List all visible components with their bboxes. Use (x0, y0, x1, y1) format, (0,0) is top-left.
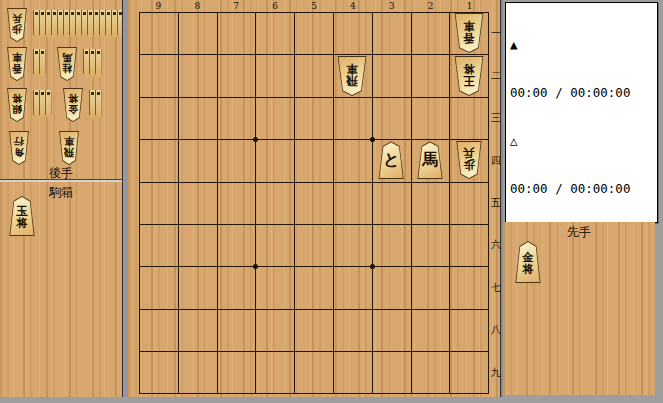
piece-玉将[interactable]: 玉将 (8, 196, 36, 236)
file-label: 3 (372, 0, 411, 12)
stacked-piece-銀将 (33, 90, 40, 120)
file-label: 8 (178, 0, 217, 12)
stacked-piece-歩兵 (69, 10, 76, 40)
stacked-piece-銀将 (39, 90, 46, 120)
piece-飛車[interactable]: 飛車 (336, 56, 368, 96)
file-label: 4 (333, 0, 372, 12)
stacked-piece-歩兵 (99, 10, 106, 40)
stacked-piece-金将 (89, 90, 96, 120)
gote-mark: △ (510, 133, 657, 149)
piece-馬[interactable]: 馬 (416, 141, 444, 179)
stacked-piece-香車 (39, 49, 46, 79)
stacked-piece-歩兵 (105, 10, 112, 40)
file-label: 5 (295, 0, 334, 12)
sente-mark: ▲ (510, 37, 657, 53)
piece-桂馬[interactable]: 桂馬 (56, 47, 78, 81)
file-label: 6 (256, 0, 295, 12)
stacked-piece-歩兵 (63, 10, 70, 40)
file-label: 1 (450, 0, 489, 12)
stacked-piece-歩兵 (39, 10, 46, 40)
stacked-piece-歩兵 (111, 10, 118, 40)
piece-飛車[interactable]: 飛車 (58, 131, 80, 165)
star-dot (370, 264, 375, 269)
file-label: 9 (139, 0, 178, 12)
stacked-piece-桂馬 (83, 49, 90, 79)
shogi-board: 987654321 一二三四五六七八九 香車王将飛車歩兵馬と (128, 0, 500, 397)
left-panel: 歩兵香車桂馬銀将金将角行飛車 後手 駒箱 玉将 (0, 0, 122, 397)
panel-divider (0, 179, 122, 182)
stacked-piece-香車 (33, 49, 40, 79)
stacked-piece-歩兵 (45, 10, 52, 40)
piece-金将[interactable]: 金将 (514, 241, 542, 283)
sente-label: 先手 (503, 224, 655, 241)
sente-hand-stand[interactable]: 先手 金将 (503, 222, 655, 395)
stacked-piece-桂馬 (95, 49, 102, 79)
star-dot (370, 137, 375, 142)
stacked-piece-歩兵 (75, 10, 82, 40)
piece-歩兵[interactable]: 歩兵 (6, 8, 28, 42)
shogi-app-window: { "game": "shogi", "window": {"width": 6… (0, 0, 663, 403)
sente-clock: 00:00 / 00:00:00 (510, 85, 657, 101)
game-info-panel: ▲ 00:00 / 00:00:00 △ 00:00 / 00:00:00 手合… (505, 2, 658, 223)
piece-金将[interactable]: 金将 (62, 88, 84, 122)
piece-銀将[interactable]: 銀将 (6, 88, 28, 122)
piece-王将[interactable]: 王将 (453, 56, 485, 96)
piece-と[interactable]: と (377, 141, 405, 179)
stacked-piece-歩兵 (57, 10, 64, 40)
stacked-piece-歩兵 (51, 10, 58, 40)
stacked-piece-桂馬 (89, 49, 96, 79)
stacked-piece-銀将 (45, 90, 52, 120)
piece-歩兵[interactable]: 歩兵 (455, 141, 483, 179)
right-panel: ▲ 00:00 / 00:00:00 △ 00:00 / 00:00:00 手合… (503, 0, 655, 397)
file-coordinate-labels: 987654321 (139, 0, 489, 12)
stacked-piece-歩兵 (81, 10, 88, 40)
file-label: 2 (411, 0, 450, 12)
piece-香車[interactable]: 香車 (453, 13, 485, 53)
stacked-piece-金将 (95, 90, 102, 120)
stacked-piece-歩兵 (93, 10, 100, 40)
stacked-piece-歩兵 (33, 10, 40, 40)
star-dot (253, 137, 258, 142)
board-grid[interactable] (139, 12, 489, 394)
gote-clock: 00:00 / 00:00:00 (510, 181, 657, 197)
piece-角行[interactable]: 角行 (8, 131, 30, 165)
stacked-piece-歩兵 (87, 10, 94, 40)
file-label: 7 (217, 0, 256, 12)
piece-香車[interactable]: 香車 (6, 47, 28, 81)
star-dot (253, 264, 258, 269)
